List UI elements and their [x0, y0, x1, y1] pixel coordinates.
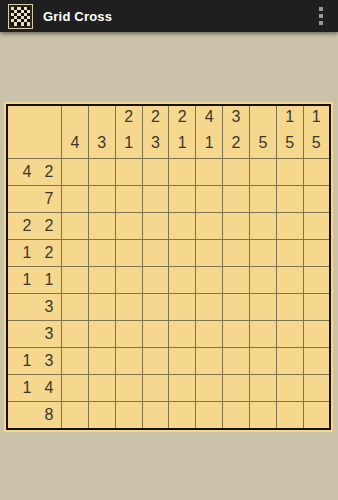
- grid-cell[interactable]: [142, 186, 169, 213]
- grid-cell[interactable]: [303, 402, 330, 430]
- col-clue-number: 5: [312, 130, 321, 156]
- row-clue-number: 8: [38, 402, 60, 428]
- col-clue-cell: 21: [169, 105, 196, 159]
- grid-cell[interactable]: [142, 213, 169, 240]
- col-clue-number: 2: [232, 130, 241, 156]
- grid-cell[interactable]: [169, 321, 196, 348]
- row-clue-number: 1: [16, 348, 38, 374]
- grid-cell[interactable]: [223, 159, 250, 186]
- grid-cell[interactable]: [223, 402, 250, 430]
- grid-cell[interactable]: [196, 402, 223, 430]
- row-clue-cell: 3: [7, 294, 62, 321]
- grid-cell[interactable]: [249, 402, 276, 430]
- row-clue-number: 3: [38, 321, 60, 347]
- grid-cell[interactable]: [303, 348, 330, 375]
- grid-cell[interactable]: [276, 159, 303, 186]
- overflow-menu-icon: [319, 14, 323, 18]
- grid-cell[interactable]: [196, 348, 223, 375]
- row-clue-number: 4: [16, 159, 38, 185]
- row-clue-number: 2: [16, 213, 38, 239]
- grid-cell[interactable]: [303, 213, 330, 240]
- row-clue-number: 2: [38, 213, 60, 239]
- col-clue-cell: 5: [249, 105, 276, 159]
- grid-cell[interactable]: [249, 348, 276, 375]
- overflow-menu-button[interactable]: [304, 0, 338, 32]
- row-clue-number: 1: [16, 375, 38, 401]
- row-clue-cell: 3: [7, 321, 62, 348]
- grid-cell[interactable]: [62, 294, 89, 321]
- grid-cell[interactable]: [115, 267, 142, 294]
- grid-cell[interactable]: [169, 159, 196, 186]
- row-clue-number: 3: [38, 348, 60, 374]
- grid-cell[interactable]: [142, 159, 169, 186]
- grid-cell[interactable]: [276, 348, 303, 375]
- grid-cell[interactable]: [276, 186, 303, 213]
- grid-cell[interactable]: [303, 186, 330, 213]
- grid-cell[interactable]: [115, 186, 142, 213]
- grid-cell[interactable]: [249, 294, 276, 321]
- grid-cell[interactable]: [62, 186, 89, 213]
- col-clue-number: 2: [151, 104, 160, 130]
- row-clue-number: 2: [38, 240, 60, 266]
- row-clue-number: 3: [38, 294, 60, 320]
- grid-cell[interactable]: [169, 348, 196, 375]
- grid-cell[interactable]: [169, 240, 196, 267]
- grid-cell[interactable]: [196, 213, 223, 240]
- row-clue-number: 7: [38, 186, 60, 212]
- col-clue-number: 5: [285, 130, 294, 156]
- grid-cell[interactable]: [169, 402, 196, 430]
- grid-cell[interactable]: [223, 213, 250, 240]
- grid-cell[interactable]: [249, 321, 276, 348]
- grid-cell[interactable]: [88, 294, 115, 321]
- grid-cell[interactable]: [115, 321, 142, 348]
- col-clue-number: 1: [178, 130, 187, 156]
- title-bar: Grid Cross: [0, 0, 338, 32]
- col-clue-number: 1: [205, 130, 214, 156]
- grid-cell[interactable]: [303, 375, 330, 402]
- col-clue-number: 1: [312, 104, 321, 130]
- grid-cell[interactable]: [62, 213, 89, 240]
- grid-cell[interactable]: [249, 213, 276, 240]
- grid-cell[interactable]: [303, 159, 330, 186]
- grid-cell[interactable]: [223, 321, 250, 348]
- grid-cell[interactable]: [88, 159, 115, 186]
- grid-cell[interactable]: [115, 213, 142, 240]
- col-clue-cell: 3: [88, 105, 115, 159]
- grid-cell[interactable]: [223, 294, 250, 321]
- row-clue-number: 1: [16, 267, 38, 293]
- col-clue-number: 1: [285, 104, 294, 130]
- grid-cell[interactable]: [142, 348, 169, 375]
- grid-cell[interactable]: [115, 375, 142, 402]
- col-clue-cell: 15: [303, 105, 330, 159]
- grid-cell[interactable]: [223, 186, 250, 213]
- grid-cell[interactable]: [276, 294, 303, 321]
- grid-cell[interactable]: [88, 375, 115, 402]
- row-clue-number: 1: [16, 240, 38, 266]
- grid-cell[interactable]: [115, 294, 142, 321]
- col-clue-number: 3: [151, 130, 160, 156]
- nonogram-app-icon: [8, 4, 33, 29]
- col-clue-cell: 41: [196, 105, 223, 159]
- nonogram-board: 432123214132515154272212113313148: [4, 102, 333, 432]
- app-icon-cell: [27, 22, 30, 25]
- grid-cell[interactable]: [223, 267, 250, 294]
- grid-cell[interactable]: [142, 294, 169, 321]
- grid-cell[interactable]: [276, 240, 303, 267]
- grid-cell[interactable]: [303, 294, 330, 321]
- grid-cell[interactable]: [249, 186, 276, 213]
- grid-cell[interactable]: [62, 348, 89, 375]
- row-clue-cell: 22: [7, 213, 62, 240]
- grid-cell[interactable]: [88, 186, 115, 213]
- grid-cell[interactable]: [62, 375, 89, 402]
- grid-cell[interactable]: [88, 348, 115, 375]
- grid-cell[interactable]: [169, 267, 196, 294]
- grid-cell[interactable]: [169, 294, 196, 321]
- grid-cell[interactable]: [303, 321, 330, 348]
- grid-cell[interactable]: [276, 213, 303, 240]
- grid-cell[interactable]: [62, 321, 89, 348]
- grid-cell[interactable]: [196, 159, 223, 186]
- grid-cell[interactable]: [276, 402, 303, 430]
- grid-cell[interactable]: [276, 267, 303, 294]
- grid-cell[interactable]: [303, 240, 330, 267]
- clue-corner-cell: [7, 105, 62, 159]
- col-clue-cell: 32: [223, 105, 250, 159]
- grid-cell[interactable]: [142, 240, 169, 267]
- grid-cell[interactable]: [196, 267, 223, 294]
- grid-cell[interactable]: [249, 240, 276, 267]
- col-clue-cell: 21: [115, 105, 142, 159]
- col-clue-number: 2: [178, 104, 187, 130]
- row-clue-cell: 8: [7, 402, 62, 430]
- col-clue-number: 5: [258, 130, 267, 156]
- col-clue-cell: 4: [62, 105, 89, 159]
- grid-cell[interactable]: [249, 159, 276, 186]
- row-clue-number: 2: [38, 159, 60, 185]
- grid-cell[interactable]: [62, 159, 89, 186]
- grid-cell[interactable]: [88, 321, 115, 348]
- grid-cell[interactable]: [169, 375, 196, 402]
- grid-cell[interactable]: [88, 213, 115, 240]
- grid-cell[interactable]: [196, 186, 223, 213]
- grid-cell[interactable]: [276, 375, 303, 402]
- row-clue-cell: 42: [7, 159, 62, 186]
- row-clue-cell: 7: [7, 186, 62, 213]
- col-clue-cell: 23: [142, 105, 169, 159]
- grid-cell[interactable]: [169, 213, 196, 240]
- row-clue-cell: 11: [7, 267, 62, 294]
- col-clue-cell: 15: [276, 105, 303, 159]
- grid-cell[interactable]: [142, 267, 169, 294]
- grid-cell[interactable]: [62, 240, 89, 267]
- grid-cell[interactable]: [115, 402, 142, 430]
- row-clue-number: 1: [38, 267, 60, 293]
- grid-cell[interactable]: [249, 267, 276, 294]
- col-clue-number: 3: [232, 104, 241, 130]
- col-clue-number: 1: [124, 130, 133, 156]
- grid-cell[interactable]: [169, 186, 196, 213]
- grid-cell[interactable]: [88, 240, 115, 267]
- app-title: Grid Cross: [43, 9, 112, 24]
- grid-cell[interactable]: [196, 321, 223, 348]
- grid-cell[interactable]: [115, 240, 142, 267]
- grid-cell[interactable]: [62, 402, 89, 430]
- grid-cell[interactable]: [196, 375, 223, 402]
- grid-cell[interactable]: [223, 240, 250, 267]
- grid-cell[interactable]: [88, 267, 115, 294]
- grid-cell[interactable]: [223, 375, 250, 402]
- col-clue-number: 4: [70, 130, 79, 156]
- col-clue-number: 4: [205, 104, 214, 130]
- row-clue-cell: 13: [7, 348, 62, 375]
- grid-cell[interactable]: [196, 294, 223, 321]
- grid-cell[interactable]: [142, 375, 169, 402]
- grid-cell[interactable]: [196, 240, 223, 267]
- grid-cell[interactable]: [303, 267, 330, 294]
- grid-cell[interactable]: [62, 267, 89, 294]
- row-clue-cell: 14: [7, 375, 62, 402]
- row-clue-cell: 12: [7, 240, 62, 267]
- col-clue-number: 2: [124, 104, 133, 130]
- overflow-menu-icon: [319, 7, 323, 11]
- grid-cell[interactable]: [276, 321, 303, 348]
- overflow-menu-icon: [319, 21, 323, 25]
- grid-cell[interactable]: [249, 375, 276, 402]
- grid-cell[interactable]: [88, 402, 115, 430]
- board-table: 432123214132515154272212113313148: [6, 104, 331, 430]
- grid-cell[interactable]: [142, 321, 169, 348]
- grid-cell[interactable]: [115, 348, 142, 375]
- col-clue-number: 3: [97, 130, 106, 156]
- grid-cell[interactable]: [223, 348, 250, 375]
- grid-cell[interactable]: [142, 402, 169, 430]
- grid-cell[interactable]: [115, 159, 142, 186]
- row-clue-number: 4: [38, 375, 60, 401]
